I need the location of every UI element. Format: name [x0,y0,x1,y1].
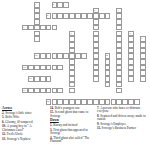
cell-number: 15 [47,100,49,102]
grid-cell[interactable] [81,53,87,59]
cell-number: 1 [35,3,36,5]
cell-number: 6 [23,26,24,28]
clue-number: 15. [50,110,55,114]
clue-item: 10. A young boy in " A Christmas Carol" [2,125,45,132]
cell-number: 5 [47,14,48,16]
clue-number: 12. [2,132,7,136]
clue-item: 11. Scrooge's Business Partner [97,127,148,130]
clue-item: 8. Scattered and driven away; made to va… [97,115,148,122]
grid-cell[interactable] [93,76,99,82]
clue-number: 8. [97,114,100,118]
grid-cell[interactable] [105,13,111,19]
grid-cell[interactable] [69,88,75,94]
clue-number: 4. [50,136,53,140]
clue-item: 4. Third ghost also called "The Phantom" [50,137,94,144]
grid-cell[interactable] [116,88,122,94]
clue-column-across: Across2. Scrooge's little sister5. Bob's… [2,107,45,142]
cell-number: 11 [106,54,108,56]
grid-cell[interactable] [134,99,140,105]
cell-number: 10 [35,54,37,56]
clue-column-down: 7. A person who hates or distrusts every… [97,107,148,132]
clue-number: 2. [2,111,5,115]
clue-number: 7. [97,106,100,110]
grid-cell[interactable] [105,82,111,88]
grid-cell[interactable] [46,76,52,82]
grid-cell[interactable] [140,76,146,82]
grid-cell[interactable] [128,76,134,82]
clue-number: 3. [50,128,53,132]
cell-number: 3 [94,9,95,11]
clue-number: 10. [2,124,7,128]
cell-number: 14 [23,89,25,91]
clue-item: 15. Second ghost that came to Scrooge [50,111,94,118]
clue-number: 9. [97,122,100,126]
cell-number: 13 [29,77,31,79]
crossword-grid: 123456789101112131415 [0,0,150,106]
clue-number: 14. [50,106,55,110]
cell-number: 12 [23,66,25,68]
grid-cell[interactable] [57,65,63,71]
cell-number: 4 [118,9,119,11]
clue-number: 11. [97,126,102,130]
grid-cell[interactable] [52,25,58,31]
cell-number: 7 [70,32,71,34]
cell-number: 8 [129,32,130,34]
clue-number: 6. [2,120,5,124]
clue-item: 3. First ghost that appeared to Scrooge [50,129,94,136]
crossword-page: { "game": "crossword", "theme": "A Chris… [0,0,150,150]
cell-number: 9 [141,37,142,39]
clue-item: 13. Scrooge's Nephew [2,138,45,141]
clue-number: 13. [2,137,7,141]
clue-number: 5. [2,115,5,119]
clue-number: 1. [50,123,53,127]
grid-cell[interactable] [34,36,40,42]
cell-number: 2 [53,3,54,5]
clue-column-middle: 14. Bob's youngest son15. Second ghost t… [50,107,94,144]
clue-item: 7. A person who hates or distrusts every… [97,107,148,114]
grid-cell[interactable] [57,88,63,94]
grid-cell[interactable] [63,2,69,8]
